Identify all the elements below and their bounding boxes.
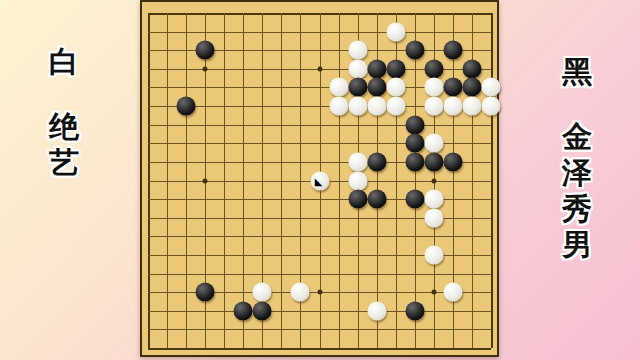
stone-white[interactable] bbox=[367, 97, 386, 116]
stone-white[interactable] bbox=[482, 78, 501, 97]
stone-black[interactable] bbox=[177, 97, 196, 116]
star-point bbox=[203, 66, 208, 71]
stone-white[interactable] bbox=[482, 97, 501, 116]
star-point bbox=[317, 66, 322, 71]
stone-black[interactable] bbox=[253, 301, 272, 320]
grid-line-horizontal bbox=[148, 236, 491, 237]
stone-white[interactable] bbox=[424, 208, 443, 227]
star-point bbox=[203, 178, 208, 183]
caption-char: 黑 bbox=[557, 54, 597, 90]
grid-line-vertical bbox=[339, 13, 340, 348]
stone-black[interactable] bbox=[443, 78, 462, 97]
stone-white[interactable] bbox=[424, 245, 443, 264]
star-point bbox=[431, 290, 436, 295]
stone-black[interactable] bbox=[367, 59, 386, 78]
stone-white[interactable] bbox=[329, 78, 348, 97]
grid-line-horizontal bbox=[148, 274, 491, 275]
stone-white[interactable] bbox=[424, 134, 443, 153]
stone-white[interactable] bbox=[291, 283, 310, 302]
grid-line-vertical bbox=[491, 13, 493, 348]
last-move-marker: ◣ bbox=[309, 172, 328, 191]
white-player-caption: 白 绝艺 bbox=[44, 44, 84, 181]
grid-line-horizontal bbox=[148, 348, 491, 350]
stone-white[interactable] bbox=[348, 152, 367, 171]
stone-black[interactable] bbox=[443, 41, 462, 60]
caption-char: 金 bbox=[557, 119, 597, 155]
stone-white[interactable] bbox=[386, 97, 405, 116]
stone-black[interactable] bbox=[405, 41, 424, 60]
stone-white[interactable] bbox=[367, 301, 386, 320]
star-point bbox=[431, 178, 436, 183]
caption-char: 绝 bbox=[44, 109, 84, 145]
white-color-label: 白 bbox=[44, 44, 84, 80]
stone-black[interactable] bbox=[405, 115, 424, 134]
stone-black[interactable] bbox=[386, 59, 405, 78]
caption-char: 艺 bbox=[44, 145, 84, 181]
stone-white[interactable] bbox=[253, 283, 272, 302]
stone-black[interactable] bbox=[405, 190, 424, 209]
stone-black[interactable] bbox=[462, 78, 481, 97]
stone-black[interactable] bbox=[196, 41, 215, 60]
stone-white[interactable] bbox=[443, 283, 462, 302]
stone-black[interactable] bbox=[462, 59, 481, 78]
stone-white[interactable] bbox=[348, 97, 367, 116]
stone-black[interactable] bbox=[196, 283, 215, 302]
white-player-name: 绝艺 bbox=[44, 109, 84, 181]
black-color-label: 黑 bbox=[557, 54, 597, 90]
stone-white[interactable] bbox=[386, 22, 405, 41]
stone-white[interactable] bbox=[424, 78, 443, 97]
caption-char: 男 bbox=[557, 227, 597, 263]
caption-char: 泽 bbox=[557, 155, 597, 191]
stone-white[interactable] bbox=[348, 41, 367, 60]
stone-black[interactable] bbox=[405, 301, 424, 320]
grid-line-vertical bbox=[415, 13, 416, 348]
grid-line-horizontal bbox=[148, 311, 491, 312]
stone-black[interactable] bbox=[348, 78, 367, 97]
caption-char: 白 bbox=[44, 44, 84, 80]
stone-white[interactable]: ◣ bbox=[310, 171, 329, 190]
board-grid[interactable]: ◣ bbox=[148, 13, 491, 348]
stone-white[interactable] bbox=[386, 78, 405, 97]
page-background: 白 绝艺 ◣ 黑 金泽秀男 bbox=[0, 0, 640, 360]
stone-black[interactable] bbox=[367, 190, 386, 209]
stone-black[interactable] bbox=[424, 152, 443, 171]
stone-black[interactable] bbox=[367, 152, 386, 171]
stone-black[interactable] bbox=[234, 301, 253, 320]
stone-black[interactable] bbox=[424, 59, 443, 78]
caption-char: 秀 bbox=[557, 191, 597, 227]
stone-black[interactable] bbox=[367, 78, 386, 97]
grid-line-horizontal bbox=[148, 329, 491, 330]
black-player-name: 金泽秀男 bbox=[557, 119, 597, 263]
stone-white[interactable] bbox=[424, 97, 443, 116]
stone-black[interactable] bbox=[405, 152, 424, 171]
stone-black[interactable] bbox=[443, 152, 462, 171]
black-player-caption: 黑 金泽秀男 bbox=[557, 54, 597, 263]
stone-white[interactable] bbox=[348, 171, 367, 190]
stone-black[interactable] bbox=[405, 134, 424, 153]
stone-white[interactable] bbox=[462, 97, 481, 116]
go-board[interactable]: ◣ bbox=[140, 0, 499, 357]
star-point bbox=[317, 290, 322, 295]
stone-black[interactable] bbox=[348, 190, 367, 209]
stone-white[interactable] bbox=[424, 190, 443, 209]
stone-white[interactable] bbox=[329, 97, 348, 116]
stone-white[interactable] bbox=[348, 59, 367, 78]
stone-white[interactable] bbox=[443, 97, 462, 116]
